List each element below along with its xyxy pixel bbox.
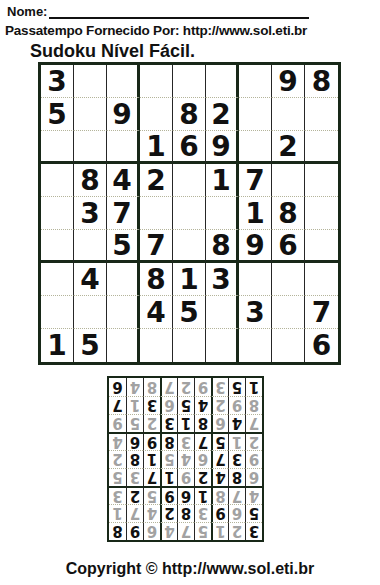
cell-r2c2[interactable]	[74, 98, 107, 131]
solution-cell-r8c7: 3	[143, 396, 160, 414]
solution-cell-r4c1: 6	[245, 468, 262, 486]
solution-cell-r3c2: 7	[228, 486, 245, 504]
solution-cell-r9c4: 9	[194, 378, 211, 396]
solution-cell-r8c9: 7	[109, 396, 126, 414]
solution-cell-r3c9: 3	[109, 486, 126, 504]
cell-r2c1[interactable]: 5	[41, 98, 74, 131]
solution-grid: 3215746985693824714781695236842917359376…	[107, 376, 264, 542]
cell-r7c3[interactable]	[107, 263, 140, 296]
solution-cell-r5c5: 4	[177, 450, 194, 468]
cell-r6c6[interactable]: 8	[206, 230, 239, 263]
solution-cell-r2c3: 9	[211, 504, 228, 522]
solution-cell-r9c9: 6	[109, 378, 126, 396]
solution-cell-r6c7: 9	[143, 432, 160, 450]
cell-r6c3[interactable]: 5	[107, 230, 140, 263]
solution-cell-r6c6: 8	[160, 432, 177, 450]
cell-r2c5[interactable]: 8	[173, 98, 206, 131]
cell-r7c5[interactable]: 1	[173, 263, 206, 296]
cell-r8c7[interactable]: 3	[239, 296, 272, 329]
cell-r9c6[interactable]	[206, 329, 239, 362]
cell-r4c9[interactable]	[305, 164, 338, 197]
solution-cell-r5c8: 8	[126, 450, 143, 468]
solution-cell-r6c5: 3	[177, 432, 194, 450]
cell-r4c3[interactable]: 4	[107, 164, 140, 197]
solution-cell-r4c4: 2	[194, 468, 211, 486]
solution-cell-r4c7: 7	[143, 468, 160, 486]
page-header: Nome: Passatempo Fornecido Por: http://w…	[0, 0, 380, 62]
cell-r8c6[interactable]	[206, 296, 239, 329]
solution-cell-r3c8: 2	[126, 486, 143, 504]
cell-r2c7[interactable]	[239, 98, 272, 131]
name-line	[49, 4, 309, 19]
cell-r7c9[interactable]	[305, 263, 338, 296]
solution-cell-r5c9: 2	[109, 450, 126, 468]
provider-text: Passatempo Fornecido Por: http://www.sol…	[0, 19, 380, 38]
solution-cell-r1c1: 3	[245, 522, 262, 540]
cell-r3c4[interactable]: 1	[140, 131, 173, 164]
solution-cell-r8c4: 4	[194, 396, 211, 414]
solution-cell-r9c1: 1	[245, 378, 262, 396]
cell-r7c7[interactable]	[239, 263, 272, 296]
cell-r1c7[interactable]	[239, 65, 272, 98]
solution-cell-r7c6: 3	[160, 414, 177, 432]
solution-cell-r3c5: 6	[177, 486, 194, 504]
copyright-text: Copyright © http://www.sol.eti.br	[0, 560, 380, 578]
solution-cell-r8c1: 8	[245, 396, 262, 414]
solution-cell-r1c9: 8	[109, 522, 126, 540]
cell-r9c9[interactable]: 6	[305, 329, 338, 362]
solution-cell-r1c7: 6	[143, 522, 160, 540]
cell-r2c6[interactable]: 2	[206, 98, 239, 131]
cell-r5c9[interactable]	[305, 197, 338, 230]
name-row: Nome:	[0, 0, 380, 19]
cell-r8c9[interactable]: 7	[305, 296, 338, 329]
solution-cell-r7c1: 7	[245, 414, 262, 432]
cell-r8c5[interactable]: 5	[173, 296, 206, 329]
cell-r6c8[interactable]: 6	[272, 230, 305, 263]
solution-cell-r8c3: 2	[211, 396, 228, 414]
cell-r2c9[interactable]	[305, 98, 338, 131]
solution-cell-r3c7: 5	[143, 486, 160, 504]
solution-cell-r2c8: 7	[126, 504, 143, 522]
cell-r2c8[interactable]	[272, 98, 305, 131]
solution-cell-r7c9: 9	[109, 414, 126, 432]
cell-r3c9[interactable]	[305, 131, 338, 164]
solution-cell-r2c2: 6	[228, 504, 245, 522]
cell-r5c8[interactable]: 8	[272, 197, 305, 230]
cell-r2c4[interactable]	[140, 98, 173, 131]
cell-r1c9[interactable]: 8	[305, 65, 338, 98]
solution-cell-r6c1: 2	[245, 432, 262, 450]
cell-r5c4[interactable]	[140, 197, 173, 230]
cell-r3c3[interactable]	[107, 131, 140, 164]
cell-r7c2[interactable]: 4	[74, 263, 107, 296]
cell-r9c2[interactable]: 5	[74, 329, 107, 362]
solution-cell-r1c3: 1	[211, 522, 228, 540]
solution-cell-r5c2: 3	[228, 450, 245, 468]
solution-cell-r3c1: 4	[245, 486, 262, 504]
name-label: Nome:	[7, 5, 47, 19]
solution-cell-r4c9: 5	[109, 468, 126, 486]
cell-r4c6[interactable]: 1	[206, 164, 239, 197]
solution-cell-r2c1: 5	[245, 504, 262, 522]
cell-r5c3[interactable]: 7	[107, 197, 140, 230]
cell-r4c1[interactable]	[41, 164, 74, 197]
solution-cell-r5c6: 5	[160, 450, 177, 468]
cell-r4c2[interactable]: 8	[74, 164, 107, 197]
solution-cell-r4c2: 8	[228, 468, 245, 486]
solution-cell-r4c3: 4	[211, 468, 228, 486]
cell-r3c7[interactable]	[239, 131, 272, 164]
cell-r4c4[interactable]: 2	[140, 164, 173, 197]
solution-cell-r9c8: 4	[126, 378, 143, 396]
cell-r8c4[interactable]: 4	[140, 296, 173, 329]
solution-cell-r8c8: 1	[126, 396, 143, 414]
cell-r3c5[interactable]: 6	[173, 131, 206, 164]
cell-r3c6[interactable]: 9	[206, 131, 239, 164]
cell-r1c1[interactable]: 3	[41, 65, 74, 98]
solution-cell-r6c2: 1	[228, 432, 245, 450]
cell-r9c8[interactable]	[272, 329, 305, 362]
cell-r4c5[interactable]	[173, 164, 206, 197]
cell-r3c2[interactable]	[74, 131, 107, 164]
cell-r1c3[interactable]	[107, 65, 140, 98]
solution-cell-r5c3: 7	[211, 450, 228, 468]
solution-cell-r2c7: 4	[143, 504, 160, 522]
solution-cell-r1c4: 5	[194, 522, 211, 540]
cell-r5c5[interactable]	[173, 197, 206, 230]
solution-cell-r4c5: 9	[177, 468, 194, 486]
cell-r4c7[interactable]: 7	[239, 164, 272, 197]
cell-r1c2[interactable]	[74, 65, 107, 98]
solution-cell-r1c8: 9	[126, 522, 143, 540]
solution-cell-r6c4: 7	[194, 432, 211, 450]
solution-cell-r2c5: 8	[177, 504, 194, 522]
solution-cell-r9c3: 3	[211, 378, 228, 396]
cell-r9c4[interactable]	[140, 329, 173, 362]
solution-cell-r3c4: 1	[194, 486, 211, 504]
solution-cell-r7c8: 5	[126, 414, 143, 432]
solution-cell-r9c7: 8	[143, 378, 160, 396]
cell-r3c8[interactable]: 2	[272, 131, 305, 164]
solution-cell-r6c8: 6	[126, 432, 143, 450]
cell-r1c6[interactable]	[206, 65, 239, 98]
cell-r1c8[interactable]: 9	[272, 65, 305, 98]
solution-cell-r4c6: 1	[160, 468, 177, 486]
solution-cell-r1c5: 7	[177, 522, 194, 540]
solution-cell-r7c2: 4	[228, 414, 245, 432]
cell-r6c9[interactable]	[305, 230, 338, 263]
solution-cell-r2c9: 1	[109, 504, 126, 522]
solution-cell-r7c7: 2	[143, 414, 160, 432]
cell-r3c1[interactable]	[41, 131, 74, 164]
solution-cell-r7c4: 8	[194, 414, 211, 432]
cell-r6c4[interactable]: 7	[140, 230, 173, 263]
cell-r5c1[interactable]	[41, 197, 74, 230]
solution-cell-r2c6: 2	[160, 504, 177, 522]
solution-cell-r9c6: 7	[160, 378, 177, 396]
solution-cell-r1c2: 2	[228, 522, 245, 540]
cell-r5c6[interactable]	[206, 197, 239, 230]
cell-r9c7[interactable]	[239, 329, 272, 362]
solution-cell-r3c6: 9	[160, 486, 177, 504]
solution-cell-r7c3: 6	[211, 414, 228, 432]
solution-cell-r9c2: 5	[228, 378, 245, 396]
solution-cell-r1c6: 4	[160, 522, 177, 540]
cell-r8c2[interactable]	[74, 296, 107, 329]
solution-cell-r6c9: 4	[109, 432, 126, 450]
solution-cell-r6c3: 5	[211, 432, 228, 450]
cell-r1c4[interactable]	[140, 65, 173, 98]
solution-cell-r5c4: 6	[194, 450, 211, 468]
solution-cell-r3c3: 8	[211, 486, 228, 504]
cell-r4c8[interactable]	[272, 164, 305, 197]
cell-r6c5[interactable]	[173, 230, 206, 263]
cell-r9c5[interactable]	[173, 329, 206, 362]
solution-cell-r9c5: 2	[177, 378, 194, 396]
cell-r6c7[interactable]: 9	[239, 230, 272, 263]
solution-cell-r8c5: 5	[177, 396, 194, 414]
page-title: Sudoku Nível Fácil.	[0, 38, 380, 62]
cell-r8c8[interactable]	[272, 296, 305, 329]
cell-r5c7[interactable]: 1	[239, 197, 272, 230]
solution-cell-r8c6: 6	[160, 396, 177, 414]
solution-cell-r8c2: 9	[228, 396, 245, 414]
cell-r9c3[interactable]	[107, 329, 140, 362]
solution-cell-r5c1: 9	[245, 450, 262, 468]
cell-r7c1[interactable]	[41, 263, 74, 296]
cell-r7c4[interactable]: 8	[140, 263, 173, 296]
cell-r7c6[interactable]: 3	[206, 263, 239, 296]
cell-r6c2[interactable]	[74, 230, 107, 263]
cell-r2c3[interactable]: 9	[107, 98, 140, 131]
solution-cell-r4c8: 3	[126, 468, 143, 486]
cell-r8c1[interactable]	[41, 296, 74, 329]
cell-r6c1[interactable]	[41, 230, 74, 263]
solution-cell-r2c4: 3	[194, 504, 211, 522]
cell-r9c1[interactable]: 1	[41, 329, 74, 362]
solution-cell-r5c7: 1	[143, 450, 160, 468]
cell-r5c2[interactable]: 3	[74, 197, 107, 230]
cell-r1c5[interactable]	[173, 65, 206, 98]
cell-r7c8[interactable]	[272, 263, 305, 296]
solution-cell-r7c5: 1	[177, 414, 194, 432]
main-sudoku-grid: 398598216928421737185789648134537156	[38, 62, 341, 365]
cell-r8c3[interactable]	[107, 296, 140, 329]
